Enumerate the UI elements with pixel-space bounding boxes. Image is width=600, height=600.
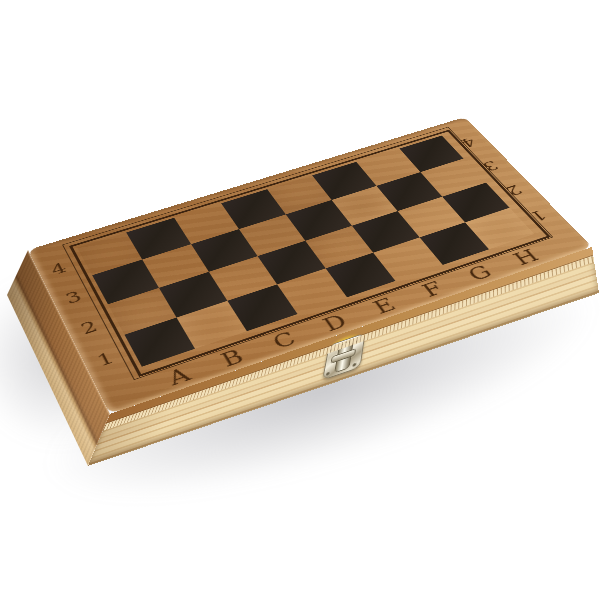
clasp-screw <box>356 339 360 343</box>
chess-box-photo: ABCDEFGH44332211 <box>0 0 600 600</box>
clasp-screw <box>330 348 334 352</box>
